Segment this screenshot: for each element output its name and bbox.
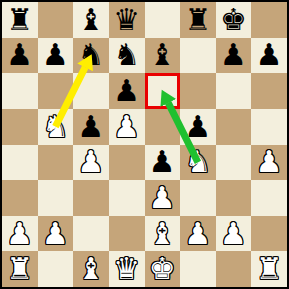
square-h7[interactable]: ♟	[251, 38, 287, 74]
square-h4[interactable]: ♟	[251, 145, 287, 181]
square-a4[interactable]	[2, 145, 38, 181]
square-g7[interactable]: ♟	[216, 38, 252, 74]
square-f7[interactable]	[180, 38, 216, 74]
piece-white-pawn-b2[interactable]: ♟	[42, 219, 69, 249]
square-c1[interactable]: ♝	[73, 251, 109, 287]
piece-white-pawn-f2[interactable]: ♟	[184, 219, 211, 249]
square-h2[interactable]	[251, 216, 287, 252]
square-c8[interactable]: ♝	[73, 2, 109, 38]
piece-black-queen-d8[interactable]: ♛	[113, 5, 140, 35]
piece-white-bishop-c1[interactable]: ♝	[78, 254, 105, 284]
square-f3[interactable]	[180, 180, 216, 216]
piece-white-pawn-h4[interactable]: ♟	[256, 147, 283, 177]
piece-black-pawn-g7[interactable]: ♟	[220, 40, 247, 70]
piece-black-king-g8[interactable]: ♚	[220, 5, 247, 35]
piece-black-knight-c7[interactable]: ♞	[78, 40, 105, 70]
piece-black-rook-f8[interactable]: ♜	[184, 5, 211, 35]
square-c3[interactable]	[73, 180, 109, 216]
square-h6[interactable]	[251, 73, 287, 109]
piece-black-pawn-b7[interactable]: ♟	[42, 40, 69, 70]
square-e3[interactable]: ♟	[145, 180, 181, 216]
piece-white-knight-f4[interactable]: ♞	[184, 147, 211, 177]
square-e5[interactable]	[145, 109, 181, 145]
square-g4[interactable]	[216, 145, 252, 181]
square-d5[interactable]: ♟	[109, 109, 145, 145]
piece-black-pawn-d6[interactable]: ♟	[113, 76, 140, 106]
piece-white-queen-d1[interactable]: ♛	[113, 254, 140, 284]
square-c6[interactable]	[73, 73, 109, 109]
square-a3[interactable]	[2, 180, 38, 216]
square-f2[interactable]: ♟	[180, 216, 216, 252]
piece-white-king-e1[interactable]: ♚	[149, 254, 176, 284]
square-g8[interactable]: ♚	[216, 2, 252, 38]
square-e8[interactable]	[145, 2, 181, 38]
square-h5[interactable]	[251, 109, 287, 145]
square-d1[interactable]: ♛	[109, 251, 145, 287]
square-f5[interactable]: ♟	[180, 109, 216, 145]
square-a2[interactable]: ♟	[2, 216, 38, 252]
square-a7[interactable]: ♟	[2, 38, 38, 74]
square-g1[interactable]	[216, 251, 252, 287]
square-g2[interactable]: ♟	[216, 216, 252, 252]
square-g6[interactable]	[216, 73, 252, 109]
highlighted-square-outline-e6	[145, 73, 181, 109]
square-a1[interactable]: ♜	[2, 251, 38, 287]
piece-white-bishop-e2[interactable]: ♝	[149, 219, 176, 249]
square-d4[interactable]	[109, 145, 145, 181]
piece-black-pawn-h7[interactable]: ♟	[256, 40, 283, 70]
square-b4[interactable]	[38, 145, 74, 181]
piece-black-pawn-f5[interactable]: ♟	[184, 112, 211, 142]
square-a5[interactable]	[2, 109, 38, 145]
square-e4[interactable]: ♟	[145, 145, 181, 181]
piece-white-rook-h1[interactable]: ♜	[256, 254, 283, 284]
piece-black-pawn-a7[interactable]: ♟	[6, 40, 33, 70]
square-a6[interactable]	[2, 73, 38, 109]
square-d6[interactable]: ♟	[109, 73, 145, 109]
square-b3[interactable]	[38, 180, 74, 216]
square-b7[interactable]: ♟	[38, 38, 74, 74]
piece-white-pawn-a2[interactable]: ♟	[6, 219, 33, 249]
square-b5[interactable]: ♞	[38, 109, 74, 145]
square-a8[interactable]: ♜	[2, 2, 38, 38]
square-d2[interactable]	[109, 216, 145, 252]
square-h3[interactable]	[251, 180, 287, 216]
piece-white-pawn-e3[interactable]: ♟	[149, 183, 176, 213]
square-d8[interactable]: ♛	[109, 2, 145, 38]
board-squares-grid: ♜♝♛♜♚♟♟♞♞♝♟♟♟♞♟♟♟♟♟♞♟♟♟♟♝♟♟♜♝♛♚♜	[2, 2, 287, 287]
square-f1[interactable]	[180, 251, 216, 287]
square-h8[interactable]	[251, 2, 287, 38]
square-e7[interactable]: ♝	[145, 38, 181, 74]
piece-white-pawn-c4[interactable]: ♟	[78, 147, 105, 177]
square-b1[interactable]	[38, 251, 74, 287]
square-e6[interactable]	[145, 73, 181, 109]
square-b6[interactable]	[38, 73, 74, 109]
piece-black-rook-a8[interactable]: ♜	[6, 5, 33, 35]
square-b8[interactable]	[38, 2, 74, 38]
piece-black-bishop-c8[interactable]: ♝	[78, 5, 105, 35]
piece-black-bishop-e7[interactable]: ♝	[149, 40, 176, 70]
square-f8[interactable]: ♜	[180, 2, 216, 38]
square-d7[interactable]: ♞	[109, 38, 145, 74]
piece-white-pawn-d5[interactable]: ♟	[113, 112, 140, 142]
piece-black-pawn-c5[interactable]: ♟	[78, 112, 105, 142]
square-g5[interactable]	[216, 109, 252, 145]
square-f6[interactable]	[180, 73, 216, 109]
square-c4[interactable]: ♟	[73, 145, 109, 181]
square-b2[interactable]: ♟	[38, 216, 74, 252]
square-d3[interactable]	[109, 180, 145, 216]
chess-board: ♜♝♛♜♚♟♟♞♞♝♟♟♟♞♟♟♟♟♟♞♟♟♟♟♝♟♟♜♝♛♚♜	[0, 0, 289, 289]
piece-white-knight-b5[interactable]: ♞	[42, 112, 69, 142]
piece-black-pawn-e4[interactable]: ♟	[149, 147, 176, 177]
square-g3[interactable]	[216, 180, 252, 216]
square-c7[interactable]: ♞	[73, 38, 109, 74]
square-f4[interactable]: ♞	[180, 145, 216, 181]
square-h1[interactable]: ♜	[251, 251, 287, 287]
square-c5[interactable]: ♟	[73, 109, 109, 145]
square-e1[interactable]: ♚	[145, 251, 181, 287]
piece-black-knight-d7[interactable]: ♞	[113, 40, 140, 70]
square-e2[interactable]: ♝	[145, 216, 181, 252]
piece-white-rook-a1[interactable]: ♜	[6, 254, 33, 284]
square-c2[interactable]	[73, 216, 109, 252]
piece-white-pawn-g2[interactable]: ♟	[220, 219, 247, 249]
